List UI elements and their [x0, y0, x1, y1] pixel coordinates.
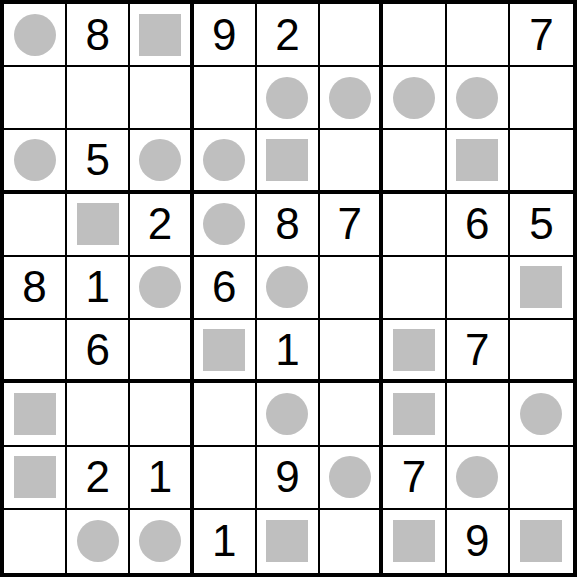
cell-r7c9[interactable]	[510, 383, 573, 446]
even-square-mark	[77, 203, 119, 245]
cell-r4c1[interactable]	[4, 194, 67, 257]
cell-r6c3[interactable]	[130, 320, 193, 383]
cell-r8c8[interactable]	[447, 447, 510, 510]
even-square-mark	[203, 329, 245, 371]
given-digit: 7	[465, 328, 489, 372]
cell-r3c7[interactable]	[383, 130, 446, 193]
given-digit: 1	[275, 328, 299, 372]
cell-r7c1[interactable]	[4, 383, 67, 446]
cell-r8c7[interactable]: 7	[383, 447, 446, 510]
cell-r3c4[interactable]	[194, 130, 257, 193]
given-digit: 6	[465, 202, 489, 246]
cell-r2c5[interactable]	[257, 67, 320, 130]
odd-circle-mark	[266, 266, 308, 308]
given-digit: 1	[212, 519, 236, 563]
given-digit: 6	[212, 265, 236, 309]
cell-r9c7[interactable]	[383, 510, 446, 573]
cell-r6c9[interactable]	[510, 320, 573, 383]
cell-r1c4[interactable]: 9	[194, 4, 257, 67]
cell-r6c8[interactable]: 7	[447, 320, 510, 383]
cell-r5c1[interactable]: 8	[4, 257, 67, 320]
odd-circle-mark	[456, 77, 498, 119]
cell-r4c4[interactable]	[194, 194, 257, 257]
given-digit: 2	[148, 202, 172, 246]
odd-circle-mark	[77, 520, 119, 562]
cell-r7c7[interactable]	[383, 383, 446, 446]
cell-r8c9[interactable]	[510, 447, 573, 510]
cell-r6c6[interactable]	[320, 320, 383, 383]
odd-circle-mark	[139, 266, 181, 308]
even-square-mark	[139, 14, 181, 56]
given-digit: 2	[275, 13, 299, 57]
given-digit: 9	[212, 13, 236, 57]
even-square-mark	[520, 266, 562, 308]
cell-r3c2[interactable]: 5	[67, 130, 130, 193]
given-digit: 1	[148, 455, 172, 499]
cell-r2c3[interactable]	[130, 67, 193, 130]
cell-r9c4[interactable]: 1	[194, 510, 257, 573]
cell-r1c2[interactable]: 8	[67, 4, 130, 67]
odd-circle-mark	[393, 77, 435, 119]
cell-r3c9[interactable]	[510, 130, 573, 193]
cell-r9c2[interactable]	[67, 510, 130, 573]
given-digit: 7	[402, 455, 426, 499]
even-square-mark	[266, 139, 308, 181]
cell-r8c6[interactable]	[320, 447, 383, 510]
cell-r1c9[interactable]: 7	[510, 4, 573, 67]
even-square-mark	[393, 393, 435, 435]
given-digit: 1	[86, 265, 110, 309]
cell-r3c8[interactable]	[447, 130, 510, 193]
cell-r1c3[interactable]	[130, 4, 193, 67]
given-digit: 5	[86, 138, 110, 182]
cell-r6c7[interactable]	[383, 320, 446, 383]
cell-r4c6[interactable]: 7	[320, 194, 383, 257]
cell-r9c8[interactable]: 9	[447, 510, 510, 573]
cell-r8c4[interactable]	[194, 447, 257, 510]
cell-r6c4[interactable]	[194, 320, 257, 383]
cell-r3c1[interactable]	[4, 130, 67, 193]
odd-circle-mark	[203, 203, 245, 245]
given-digit: 9	[275, 455, 299, 499]
odd-circle-mark	[520, 393, 562, 435]
cell-r4c5[interactable]: 8	[257, 194, 320, 257]
even-square-mark	[266, 520, 308, 562]
cell-r1c7[interactable]	[383, 4, 446, 67]
cell-r8c1[interactable]	[4, 447, 67, 510]
cell-r1c1[interactable]	[4, 4, 67, 67]
cell-r4c8[interactable]: 6	[447, 194, 510, 257]
given-digit: 9	[465, 519, 489, 563]
even-square-mark	[14, 393, 56, 435]
even-square-mark	[393, 329, 435, 371]
cell-r9c6[interactable]	[320, 510, 383, 573]
odd-circle-mark	[139, 139, 181, 181]
cell-r3c3[interactable]	[130, 130, 193, 193]
cell-r2c2[interactable]	[67, 67, 130, 130]
cell-r9c9[interactable]	[510, 510, 573, 573]
odd-circle-mark	[14, 14, 56, 56]
cell-r5c6[interactable]	[320, 257, 383, 320]
cell-r5c7[interactable]	[383, 257, 446, 320]
given-digit: 7	[529, 13, 553, 57]
cell-r7c8[interactable]	[447, 383, 510, 446]
cell-r7c5[interactable]	[257, 383, 320, 446]
cell-r2c7[interactable]	[383, 67, 446, 130]
cell-r2c4[interactable]	[194, 67, 257, 130]
cell-r8c2[interactable]: 2	[67, 447, 130, 510]
cell-r6c1[interactable]	[4, 320, 67, 383]
cell-r5c3[interactable]	[130, 257, 193, 320]
given-digit: 5	[529, 202, 553, 246]
cell-r7c6[interactable]	[320, 383, 383, 446]
cell-r9c3[interactable]	[130, 510, 193, 573]
odd-circle-mark	[203, 139, 245, 181]
given-digit: 8	[275, 202, 299, 246]
odd-circle-mark	[329, 77, 371, 119]
odd-circle-mark	[14, 139, 56, 181]
sudoku-board: 8927528765816617219719	[0, 0, 577, 577]
cell-r2c9[interactable]	[510, 67, 573, 130]
even-square-mark	[456, 139, 498, 181]
cell-r3c6[interactable]	[320, 130, 383, 193]
cell-r7c3[interactable]	[130, 383, 193, 446]
odd-circle-mark	[139, 520, 181, 562]
cell-r4c3[interactable]: 2	[130, 194, 193, 257]
given-digit: 7	[337, 202, 361, 246]
cell-r2c8[interactable]	[447, 67, 510, 130]
cell-r5c9[interactable]	[510, 257, 573, 320]
odd-circle-mark	[266, 77, 308, 119]
given-digit: 6	[86, 328, 110, 372]
cell-r9c1[interactable]	[4, 510, 67, 573]
odd-circle-mark	[456, 456, 498, 498]
cell-r6c5[interactable]: 1	[257, 320, 320, 383]
cell-r4c7[interactable]	[383, 194, 446, 257]
given-digit: 2	[86, 455, 110, 499]
cell-r5c5[interactable]	[257, 257, 320, 320]
given-digit: 8	[22, 265, 46, 309]
cell-r7c4[interactable]	[194, 383, 257, 446]
even-square-mark	[520, 520, 562, 562]
cell-r2c6[interactable]	[320, 67, 383, 130]
cell-r8c3[interactable]: 1	[130, 447, 193, 510]
odd-circle-mark	[329, 456, 371, 498]
cell-r5c2[interactable]: 1	[67, 257, 130, 320]
cell-r5c4[interactable]: 6	[194, 257, 257, 320]
cell-r1c6[interactable]	[320, 4, 383, 67]
cell-r3c5[interactable]	[257, 130, 320, 193]
odd-circle-mark	[266, 393, 308, 435]
cell-r8c5[interactable]: 9	[257, 447, 320, 510]
cell-r5c8[interactable]	[447, 257, 510, 320]
cell-r4c2[interactable]	[67, 194, 130, 257]
even-square-mark	[393, 520, 435, 562]
cell-r1c5[interactable]: 2	[257, 4, 320, 67]
cell-r2c1[interactable]	[4, 67, 67, 130]
cell-r7c2[interactable]	[67, 383, 130, 446]
even-square-mark	[14, 456, 56, 498]
cell-r9c5[interactable]	[257, 510, 320, 573]
cell-r6c2[interactable]: 6	[67, 320, 130, 383]
given-digit: 8	[86, 13, 110, 57]
cell-r4c9[interactable]: 5	[510, 194, 573, 257]
cell-r1c8[interactable]	[447, 4, 510, 67]
